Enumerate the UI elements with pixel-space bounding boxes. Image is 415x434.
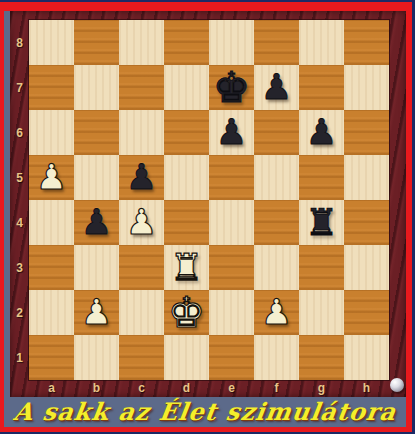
square-a3 — [29, 245, 74, 290]
chess-board: ♚♟♟♟♟♟♟♟♜♜♟♚♟ — [29, 20, 389, 380]
piece-black-pawn: ♟ — [306, 115, 337, 150]
file-label-d: d — [164, 379, 209, 396]
square-f2: ♟ — [254, 290, 299, 335]
square-g6: ♟ — [299, 110, 344, 155]
rank-label-5: 5 — [10, 155, 29, 200]
square-f7: ♟ — [254, 65, 299, 110]
square-e5 — [209, 155, 254, 200]
square-b6 — [74, 110, 119, 155]
square-c8 — [119, 20, 164, 65]
square-c5: ♟ — [119, 155, 164, 200]
square-b7 — [74, 65, 119, 110]
caption-band: A sakk az Élet szimulátora — [4, 396, 406, 426]
square-b8 — [74, 20, 119, 65]
square-b3 — [74, 245, 119, 290]
piece-black-pawn: ♟ — [216, 115, 247, 150]
piece-white-rook: ♜ — [170, 249, 203, 286]
square-a2 — [29, 290, 74, 335]
rank-label-2: 2 — [10, 290, 29, 335]
square-a4 — [29, 200, 74, 245]
rank-label-6: 6 — [10, 110, 29, 155]
square-e1 — [209, 335, 254, 380]
corner-ball-icon — [390, 378, 404, 392]
square-f3 — [254, 245, 299, 290]
square-c4: ♟ — [119, 200, 164, 245]
rank-label-1: 1 — [10, 335, 29, 380]
square-a6 — [29, 110, 74, 155]
square-h3 — [344, 245, 389, 290]
square-e7: ♚ — [209, 65, 254, 110]
rank-label-7: 7 — [10, 65, 29, 110]
square-h1 — [344, 335, 389, 380]
piece-white-king: ♚ — [168, 292, 206, 334]
square-a1 — [29, 335, 74, 380]
square-h5 — [344, 155, 389, 200]
square-b5 — [74, 155, 119, 200]
file-label-f: f — [254, 379, 299, 396]
square-c7 — [119, 65, 164, 110]
square-e3 — [209, 245, 254, 290]
square-d3: ♜ — [164, 245, 209, 290]
square-d7 — [164, 65, 209, 110]
rank-label-3: 3 — [10, 245, 29, 290]
file-label-e: e — [209, 379, 254, 396]
square-d6 — [164, 110, 209, 155]
square-f4 — [254, 200, 299, 245]
file-label-a: a — [29, 379, 74, 396]
caption-text: A sakk az Élet szimulátora — [12, 397, 398, 426]
square-c1 — [119, 335, 164, 380]
square-b1 — [74, 335, 119, 380]
file-label-c: c — [119, 379, 164, 396]
square-e8 — [209, 20, 254, 65]
rank-label-8: 8 — [10, 20, 29, 65]
piece-white-pawn: ♟ — [261, 295, 292, 330]
square-a7 — [29, 65, 74, 110]
square-d4 — [164, 200, 209, 245]
rank-labels: 87654321 — [10, 20, 29, 380]
square-h4 — [344, 200, 389, 245]
square-c6 — [119, 110, 164, 155]
square-b2: ♟ — [74, 290, 119, 335]
square-e4 — [209, 200, 254, 245]
square-g1 — [299, 335, 344, 380]
square-g8 — [299, 20, 344, 65]
piece-white-pawn: ♟ — [36, 160, 67, 195]
square-a5: ♟ — [29, 155, 74, 200]
square-g4: ♜ — [299, 200, 344, 245]
square-d1 — [164, 335, 209, 380]
file-label-h: h — [344, 379, 389, 396]
file-labels: abcdefgh — [29, 379, 389, 396]
square-g2 — [299, 290, 344, 335]
square-f6 — [254, 110, 299, 155]
square-d2: ♚ — [164, 290, 209, 335]
square-a8 — [29, 20, 74, 65]
file-label-b: b — [74, 379, 119, 396]
square-h8 — [344, 20, 389, 65]
piece-black-pawn: ♟ — [126, 160, 157, 195]
square-f1 — [254, 335, 299, 380]
piece-black-pawn: ♟ — [261, 70, 292, 105]
square-d5 — [164, 155, 209, 200]
square-e2 — [209, 290, 254, 335]
piece-white-pawn: ♟ — [81, 295, 112, 330]
square-h7 — [344, 65, 389, 110]
square-f5 — [254, 155, 299, 200]
rank-label-4: 4 — [10, 200, 29, 245]
square-c3 — [119, 245, 164, 290]
piece-black-pawn: ♟ — [81, 205, 112, 240]
piece-black-rook: ♜ — [305, 204, 338, 241]
piece-white-pawn: ♟ — [126, 205, 157, 240]
square-g7 — [299, 65, 344, 110]
square-g3 — [299, 245, 344, 290]
square-f8 — [254, 20, 299, 65]
square-g5 — [299, 155, 344, 200]
square-d8 — [164, 20, 209, 65]
square-e6: ♟ — [209, 110, 254, 155]
square-c2 — [119, 290, 164, 335]
square-b4: ♟ — [74, 200, 119, 245]
chess-diagram: 87654321 abcdefgh ♚♟♟♟♟♟♟♟♜♜♟♚♟ A sakk a… — [0, 0, 415, 434]
piece-black-king: ♚ — [213, 67, 251, 109]
square-h2 — [344, 290, 389, 335]
square-h6 — [344, 110, 389, 155]
file-label-g: g — [299, 379, 344, 396]
